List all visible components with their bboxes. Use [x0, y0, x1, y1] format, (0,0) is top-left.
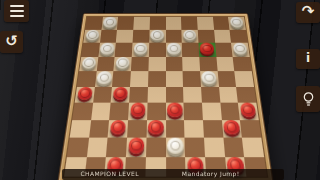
- square-r2c10: [230, 29, 248, 42]
- square-r7c7: [184, 103, 203, 120]
- square-r2c5[interactable]: [149, 29, 165, 42]
- selected-red-piece[interactable]: [200, 43, 214, 54]
- square-r4c2: [96, 57, 115, 72]
- selected-square[interactable]: [198, 43, 216, 57]
- square-r1c8[interactable]: [197, 17, 214, 30]
- white-piece[interactable]: [233, 43, 248, 54]
- square-r3c6[interactable]: [166, 43, 183, 57]
- square-r2c6: [166, 29, 182, 42]
- square-r3c10[interactable]: [231, 43, 249, 57]
- info-button[interactable]: i: [296, 49, 320, 69]
- square-r7c2[interactable]: [91, 103, 111, 120]
- lightbulb-icon: [302, 91, 315, 108]
- white-piece[interactable]: [97, 71, 113, 84]
- square-r6c1[interactable]: [75, 87, 95, 103]
- square-r6c6: [166, 87, 184, 103]
- square-r9c7: [185, 138, 205, 157]
- square-r6c8: [201, 87, 220, 103]
- white-piece[interactable]: [100, 43, 115, 54]
- square-r6c5[interactable]: [147, 87, 165, 103]
- square-r9c4[interactable]: [126, 138, 146, 157]
- square-r6c2: [93, 87, 113, 103]
- square-r3c3: [115, 43, 133, 57]
- menu-icon: [10, 5, 24, 7]
- square-r9c10[interactable]: [242, 138, 264, 157]
- square-r5c9: [217, 71, 236, 86]
- red-piece[interactable]: [223, 120, 240, 135]
- redo-icon: ↷: [302, 4, 315, 19]
- square-r3c2[interactable]: [98, 43, 116, 57]
- white-piece[interactable]: [115, 57, 130, 69]
- square-r5c7: [183, 71, 201, 86]
- square-r8c9[interactable]: [221, 120, 242, 138]
- white-piece[interactable]: [103, 17, 117, 27]
- undo-button[interactable]: ↺: [0, 31, 23, 53]
- square-r8c7[interactable]: [184, 120, 204, 138]
- square-r3c7: [182, 43, 199, 57]
- red-piece[interactable]: [113, 87, 129, 100]
- square-r1c2[interactable]: [101, 17, 118, 30]
- undo-icon: ↺: [5, 34, 18, 49]
- square-r4c7[interactable]: [182, 57, 200, 72]
- square-r5c5: [148, 71, 166, 86]
- square-r1c5: [149, 17, 165, 30]
- square-r9c5: [146, 138, 166, 157]
- square-r3c4[interactable]: [132, 43, 149, 57]
- square-r6c3[interactable]: [111, 87, 130, 103]
- status-bar: CHAMPION LEVEL Mandatory Jump!: [62, 169, 284, 180]
- square-r9c1: [67, 138, 89, 157]
- square-r2c9[interactable]: [214, 29, 232, 42]
- square-r4c3[interactable]: [114, 57, 132, 72]
- red-piece[interactable]: [130, 103, 146, 117]
- square-r8c3[interactable]: [108, 120, 128, 138]
- square-r3c5: [149, 43, 166, 57]
- square-r2c7[interactable]: [182, 29, 199, 42]
- square-r2c3[interactable]: [116, 29, 133, 42]
- square-r6c10: [236, 87, 256, 103]
- red-piece[interactable]: [77, 87, 93, 100]
- square-r4c4: [131, 57, 149, 72]
- square-r4c10: [233, 57, 252, 72]
- square-r5c3: [112, 71, 131, 86]
- square-r1c7: [181, 17, 197, 30]
- red-piece[interactable]: [110, 120, 127, 135]
- white-piece[interactable]: [133, 43, 147, 54]
- menu-button[interactable]: [4, 0, 29, 22]
- white-piece[interactable]: [230, 17, 244, 27]
- square-r7c6[interactable]: [166, 103, 185, 120]
- hint-button[interactable]: [296, 86, 320, 112]
- square-r4c1[interactable]: [79, 57, 98, 72]
- square-r8c10: [240, 120, 261, 138]
- square-r9c2[interactable]: [87, 138, 108, 157]
- level-label: CHAMPION LEVEL: [80, 171, 138, 177]
- square-r7c10[interactable]: [238, 103, 259, 120]
- white-piece[interactable]: [81, 57, 96, 69]
- square-r2c1[interactable]: [83, 29, 101, 42]
- square-r9c8[interactable]: [204, 138, 225, 157]
- board-frame: [57, 13, 273, 180]
- square-r5c6[interactable]: [166, 71, 184, 86]
- red-piece[interactable]: [167, 103, 182, 117]
- square-r4c8: [199, 57, 217, 72]
- square-r7c4[interactable]: [128, 103, 147, 120]
- square-r4c6: [166, 57, 183, 72]
- white-piece[interactable]: [85, 30, 100, 41]
- square-r7c1: [72, 103, 93, 120]
- white-piece[interactable]: [167, 138, 183, 153]
- square-r8c2: [89, 120, 110, 138]
- square-r5c8[interactable]: [200, 71, 219, 86]
- square-r8c5[interactable]: [146, 120, 165, 138]
- square-r8c4: [127, 120, 147, 138]
- square-r1c6[interactable]: [166, 17, 182, 30]
- square-r7c5: [147, 103, 166, 120]
- red-piece[interactable]: [240, 103, 257, 117]
- square-r2c4: [133, 29, 150, 42]
- square-r7c3: [110, 103, 130, 120]
- square-r2c8: [198, 29, 215, 42]
- square-r6c4: [129, 87, 148, 103]
- white-piece[interactable]: [202, 71, 217, 84]
- square-r5c10[interactable]: [235, 71, 254, 86]
- board-perspective-wrapper: [57, 13, 273, 180]
- white-piece[interactable]: [167, 43, 181, 54]
- square-r1c1: [85, 17, 103, 30]
- square-r8c8: [203, 120, 223, 138]
- game-board: [64, 17, 267, 177]
- square-r1c4[interactable]: [133, 17, 149, 30]
- message-label: Mandatory Jump!: [182, 171, 240, 177]
- square-r6c9[interactable]: [219, 87, 239, 103]
- white-piece[interactable]: [183, 30, 197, 41]
- square-r4c5[interactable]: [148, 57, 165, 72]
- square-r8c1[interactable]: [70, 120, 91, 138]
- info-icon: i: [306, 52, 310, 64]
- square-r6c7[interactable]: [183, 87, 202, 103]
- square-r5c1: [77, 71, 96, 86]
- square-r9c3: [106, 138, 127, 157]
- square-r1c3: [117, 17, 134, 30]
- square-r1c10[interactable]: [228, 17, 246, 30]
- square-r9c9: [223, 138, 244, 157]
- square-r7c9: [220, 103, 240, 120]
- red-piece[interactable]: [148, 120, 164, 135]
- square-r5c2[interactable]: [95, 71, 114, 86]
- square-r1c9: [213, 17, 230, 30]
- red-piece[interactable]: [128, 138, 145, 153]
- square-r3c1: [81, 43, 99, 57]
- redo-button[interactable]: ↷: [296, 2, 320, 23]
- square-r5c4[interactable]: [130, 71, 148, 86]
- square-r9c6[interactable]: [166, 138, 186, 157]
- square-r7c8[interactable]: [202, 103, 222, 120]
- square-r4c9[interactable]: [216, 57, 235, 72]
- square-r2c2: [100, 29, 118, 42]
- square-r3c9: [215, 43, 233, 57]
- white-piece[interactable]: [151, 30, 164, 41]
- app-screen: ↺ ↷ i CHAMPION LEVEL Mandatory Jump!: [0, 0, 320, 180]
- square-r8c6: [166, 120, 185, 138]
